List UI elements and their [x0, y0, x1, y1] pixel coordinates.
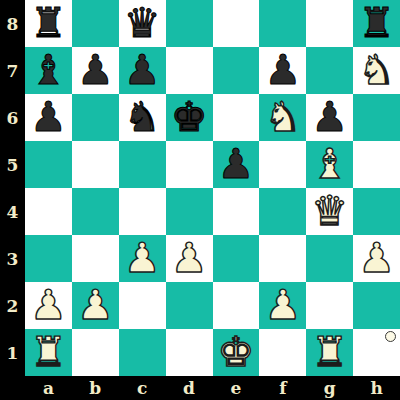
file-label-f: f: [259, 376, 306, 400]
square-e2[interactable]: [213, 282, 260, 329]
piece-white-pawn[interactable]: ♟: [358, 235, 395, 282]
chess-board-panel: 87654321 ♜♛♜♝♟♟♟♞♟♞♚♞♟♟♝♛♟♟♟♟♟♟♜♚♜ abcde…: [0, 0, 400, 400]
piece-black-rook[interactable]: ♜: [30, 0, 67, 47]
square-a2[interactable]: ♟: [25, 282, 72, 329]
square-g6[interactable]: ♟: [306, 94, 353, 141]
square-a5[interactable]: [25, 141, 72, 188]
piece-black-rook[interactable]: ♜: [358, 0, 395, 47]
square-b2[interactable]: ♟: [72, 282, 119, 329]
square-f7[interactable]: ♟: [259, 47, 306, 94]
piece-black-bishop[interactable]: ♝: [30, 47, 67, 94]
square-c6[interactable]: ♞: [119, 94, 166, 141]
gutter-corner: [0, 376, 25, 400]
square-a4[interactable]: [25, 188, 72, 235]
square-e7[interactable]: [213, 47, 260, 94]
square-g4[interactable]: ♛: [306, 188, 353, 235]
square-b8[interactable]: [72, 0, 119, 47]
piece-white-rook[interactable]: ♜: [311, 329, 348, 376]
square-d3[interactable]: ♟: [166, 235, 213, 282]
piece-black-pawn[interactable]: ♟: [264, 47, 301, 94]
piece-black-knight[interactable]: ♞: [124, 94, 161, 141]
square-f4[interactable]: [259, 188, 306, 235]
square-h7[interactable]: ♞: [353, 47, 400, 94]
square-e8[interactable]: [213, 0, 260, 47]
square-h8[interactable]: ♜: [353, 0, 400, 47]
square-a7[interactable]: ♝: [25, 47, 72, 94]
file-label-a: a: [25, 376, 72, 400]
square-e4[interactable]: [213, 188, 260, 235]
square-f3[interactable]: [259, 235, 306, 282]
square-g7[interactable]: [306, 47, 353, 94]
square-a8[interactable]: ♜: [25, 0, 72, 47]
square-c3[interactable]: ♟: [119, 235, 166, 282]
piece-black-pawn[interactable]: ♟: [311, 94, 348, 141]
rank-label-1: 1: [0, 329, 25, 376]
square-h6[interactable]: [353, 94, 400, 141]
square-g8[interactable]: [306, 0, 353, 47]
square-g5[interactable]: ♝: [306, 141, 353, 188]
square-d8[interactable]: [166, 0, 213, 47]
rank-label-2: 2: [0, 282, 25, 329]
square-d6[interactable]: ♚: [166, 94, 213, 141]
square-h5[interactable]: [353, 141, 400, 188]
file-label-h: h: [353, 376, 400, 400]
square-c1[interactable]: [119, 329, 166, 376]
piece-black-king[interactable]: ♚: [171, 94, 208, 141]
piece-black-queen[interactable]: ♛: [124, 0, 161, 47]
square-b6[interactable]: [72, 94, 119, 141]
square-b1[interactable]: [72, 329, 119, 376]
piece-black-pawn[interactable]: ♟: [30, 94, 67, 141]
square-f8[interactable]: [259, 0, 306, 47]
square-b3[interactable]: [72, 235, 119, 282]
piece-white-pawn[interactable]: ♟: [30, 282, 67, 329]
square-e5[interactable]: ♟: [213, 141, 260, 188]
square-f6[interactable]: ♞: [259, 94, 306, 141]
piece-white-king[interactable]: ♚: [218, 329, 255, 376]
square-f5[interactable]: [259, 141, 306, 188]
file-label-b: b: [72, 376, 119, 400]
square-a3[interactable]: [25, 235, 72, 282]
square-h4[interactable]: [353, 188, 400, 235]
square-g2[interactable]: [306, 282, 353, 329]
square-e6[interactable]: [213, 94, 260, 141]
rank-label-8: 8: [0, 0, 25, 47]
piece-white-pawn[interactable]: ♟: [124, 235, 161, 282]
piece-white-knight[interactable]: ♞: [264, 94, 301, 141]
piece-white-rook[interactable]: ♜: [30, 329, 67, 376]
piece-black-pawn[interactable]: ♟: [218, 141, 255, 188]
piece-white-pawn[interactable]: ♟: [77, 282, 114, 329]
square-f2[interactable]: ♟: [259, 282, 306, 329]
rank-label-6: 6: [0, 94, 25, 141]
piece-white-knight[interactable]: ♞: [358, 47, 395, 94]
rank-label-7: 7: [0, 47, 25, 94]
rank-label-3: 3: [0, 235, 25, 282]
rank-label-5: 5: [0, 141, 25, 188]
file-label-c: c: [119, 376, 166, 400]
piece-white-queen[interactable]: ♛: [311, 188, 348, 235]
square-f1[interactable]: [259, 329, 306, 376]
piece-white-pawn[interactable]: ♟: [171, 235, 208, 282]
file-labels: abcdefgh: [25, 376, 400, 400]
square-b7[interactable]: ♟: [72, 47, 119, 94]
square-h2[interactable]: [353, 282, 400, 329]
file-label-e: e: [213, 376, 260, 400]
white-to-move-indicator-icon: [385, 331, 396, 342]
square-d7[interactable]: [166, 47, 213, 94]
rank-label-4: 4: [0, 188, 25, 235]
square-g3[interactable]: [306, 235, 353, 282]
square-b5[interactable]: [72, 141, 119, 188]
square-c4[interactable]: [119, 188, 166, 235]
chess-board: ♜♛♜♝♟♟♟♞♟♞♚♞♟♟♝♛♟♟♟♟♟♟♜♚♜: [25, 0, 400, 376]
piece-black-pawn[interactable]: ♟: [124, 47, 161, 94]
square-d5[interactable]: [166, 141, 213, 188]
square-c5[interactable]: [119, 141, 166, 188]
square-b4[interactable]: [72, 188, 119, 235]
square-e1[interactable]: ♚: [213, 329, 260, 376]
piece-black-pawn[interactable]: ♟: [77, 47, 114, 94]
square-c7[interactable]: ♟: [119, 47, 166, 94]
square-g1[interactable]: ♜: [306, 329, 353, 376]
square-c8[interactable]: ♛: [119, 0, 166, 47]
square-d1[interactable]: [166, 329, 213, 376]
square-h3[interactable]: ♟: [353, 235, 400, 282]
square-e3[interactable]: [213, 235, 260, 282]
rank-labels: 87654321: [0, 0, 25, 376]
square-d4[interactable]: [166, 188, 213, 235]
piece-white-bishop[interactable]: ♝: [311, 141, 348, 188]
square-c2[interactable]: [119, 282, 166, 329]
square-d2[interactable]: [166, 282, 213, 329]
piece-white-pawn[interactable]: ♟: [264, 282, 301, 329]
square-a6[interactable]: ♟: [25, 94, 72, 141]
file-label-g: g: [306, 376, 353, 400]
square-a1[interactable]: ♜: [25, 329, 72, 376]
file-label-d: d: [166, 376, 213, 400]
